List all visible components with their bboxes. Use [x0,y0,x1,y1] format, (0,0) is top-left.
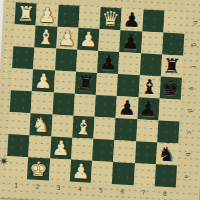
square-g2[interactable]: ♝ [35,25,57,48]
white-queen-h5[interactable]: ♛ [99,8,121,30]
rank-label-5: 5 [90,186,112,194]
square-f5[interactable]: ♟ [97,51,119,74]
square-d8[interactable] [158,98,180,121]
square-c7[interactable] [136,119,158,142]
square-c3[interactable] [51,114,73,137]
black-pawn-h6[interactable]: ♟ [121,9,143,31]
square-a8[interactable] [155,164,177,187]
black-pawn-f5[interactable]: ♟ [97,52,119,74]
white-rook-h1[interactable]: ♜ [15,3,37,25]
square-h5[interactable]: ♛ [99,7,121,30]
square-g5[interactable] [98,29,120,52]
square-d6[interactable]: ♟ [116,96,138,119]
black-pawn-d7[interactable]: ♟ [137,98,159,120]
black-king-e8[interactable]: ♚ [159,77,181,99]
file-label-c: c [186,128,193,138]
white-pawn-b3[interactable]: ♟ [50,137,72,159]
square-g4[interactable]: ♟ [77,28,99,51]
square-a2[interactable]: ♚ [27,157,49,180]
file-label-f: f [190,62,197,72]
black-rook-f8[interactable]: ♜ [161,56,183,78]
square-e6[interactable] [117,74,139,97]
square-d5[interactable] [95,95,117,118]
white-knight-c2[interactable]: ♞ [30,114,52,136]
square-d2[interactable] [31,91,53,114]
square-b5[interactable] [92,139,114,162]
square-f2[interactable] [33,47,55,70]
file-label-a: a [184,171,191,181]
square-d4[interactable] [73,94,95,117]
square-a5[interactable] [91,161,113,184]
square-e5[interactable] [96,73,118,96]
file-label-d: d [187,106,194,116]
square-e8[interactable]: ♚ [159,76,181,99]
square-f6[interactable] [118,52,140,75]
square-b3[interactable]: ♟ [50,136,72,159]
square-c2[interactable]: ♞ [30,113,52,136]
square-b6[interactable] [113,140,135,163]
square-c4[interactable]: ♝ [72,116,94,139]
black-pawn-d6[interactable]: ♟ [116,97,138,119]
file-label-b: b [185,149,192,159]
square-f4[interactable] [76,50,98,73]
square-d7[interactable]: ♟ [137,97,159,120]
square-b2[interactable] [28,135,50,158]
square-a6[interactable] [112,162,134,185]
square-g7[interactable] [141,31,163,54]
square-c1[interactable] [8,112,30,135]
table-surface: ♜♟♛♟♝♟♟♟♟♜♟♜♝♚♟♟♞♝♟♞♚♟ 12345678 abcdefgh… [0,0,200,200]
rank-label-4: 4 [69,185,91,193]
square-a3[interactable] [48,158,70,181]
file-label-e: e [189,84,196,94]
chess-board-frame: ♜♟♛♟♝♟♟♟♟♜♟♜♝♚♟♟♞♝♟♞♚♟ 12345678 abcdefgh… [0,0,200,200]
square-b8[interactable]: ♞ [156,142,178,165]
square-g8[interactable] [162,33,184,56]
square-b4[interactable] [71,138,93,161]
black-bishop-e7[interactable]: ♝ [138,76,160,98]
white-pawn-h2[interactable]: ♟ [36,4,58,26]
rank-label-3: 3 [48,183,70,191]
black-knight-b8[interactable]: ♞ [156,143,178,165]
square-h1[interactable]: ♜ [15,2,37,25]
square-c5[interactable] [93,117,115,140]
rank-label-1: 1 [5,181,27,189]
square-f8[interactable]: ♜ [161,55,183,78]
square-e7[interactable]: ♝ [138,75,160,98]
rank-label-2: 2 [27,182,49,190]
file-label-g: g [191,40,198,50]
brand-text: ШАХМАТЫ [2,44,10,79]
square-c6[interactable] [115,118,137,141]
square-g3[interactable]: ♟ [56,27,78,50]
square-h7[interactable] [142,9,164,32]
square-d3[interactable] [52,93,74,116]
square-g1[interactable] [13,24,35,47]
white-pawn-a4[interactable]: ♟ [70,161,92,183]
square-e3[interactable] [53,71,75,94]
square-f1[interactable] [12,46,34,69]
maker-logo-icon: ✴ [0,153,11,170]
square-h6[interactable]: ♟ [121,8,143,31]
chess-board: ♜♟♛♟♝♟♟♟♟♜♟♜♝♚♟♟♞♝♟♞♚♟ [6,2,186,187]
file-label-h: h [192,18,199,28]
square-g6[interactable]: ♟ [119,30,141,53]
white-pawn-g3[interactable]: ♟ [56,28,78,50]
white-bishop-g2[interactable]: ♝ [35,26,57,48]
square-e4[interactable]: ♜ [75,72,97,95]
rank-label-8: 8 [154,189,176,197]
rank-label-6: 6 [112,187,134,195]
white-king-a2[interactable]: ♚ [27,158,49,180]
square-a4[interactable]: ♟ [70,160,92,183]
black-pawn-g6[interactable]: ♟ [119,31,141,53]
square-e2[interactable]: ♟ [32,69,54,92]
square-e1[interactable] [11,68,33,91]
square-f3[interactable] [55,49,77,72]
square-a7[interactable] [133,163,155,186]
square-h2[interactable]: ♟ [36,3,58,26]
square-h3[interactable] [57,5,79,28]
square-c8[interactable] [157,120,179,143]
square-h8[interactable] [163,11,185,34]
square-f7[interactable] [139,53,161,76]
black-rook-e4[interactable]: ♜ [75,73,97,95]
white-pawn-e2[interactable]: ♟ [32,70,54,92]
rank-label-7: 7 [133,188,155,196]
white-bishop-c4[interactable]: ♝ [72,117,94,139]
square-h4[interactable] [78,6,100,29]
square-b7[interactable] [135,141,157,164]
white-pawn-g4[interactable]: ♟ [77,29,99,51]
square-d1[interactable] [10,90,32,113]
